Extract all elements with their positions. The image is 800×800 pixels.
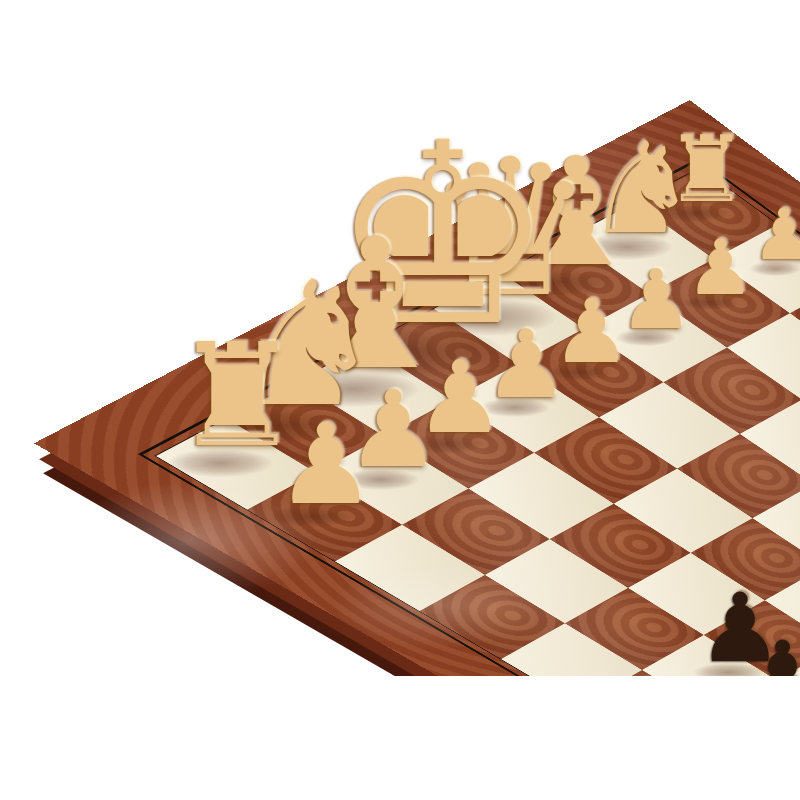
chess-photo-scene: ♜♞♝♚♛♝♞♜♟♟♟♟♟♟♟♟♟♟ xyxy=(0,0,800,800)
photo-crop-mask xyxy=(0,676,800,800)
white-pawn-h2[interactable]: ♟ xyxy=(263,408,387,521)
pawn-glyph: ♟ xyxy=(275,399,375,529)
